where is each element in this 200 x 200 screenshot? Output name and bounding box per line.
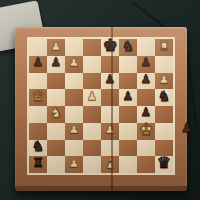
square-c3: ♟ bbox=[65, 123, 83, 140]
square-f3 bbox=[119, 123, 137, 140]
square-a2: ♞ bbox=[29, 140, 47, 157]
square-e1: ♝ bbox=[101, 156, 119, 173]
square-d7 bbox=[83, 56, 101, 73]
square-h1: ♛ bbox=[155, 156, 173, 173]
square-a5: ♛ bbox=[29, 89, 47, 106]
board-grid: ♟♚♞♜♟♟♟♟♟♟♟♛♟♟♞♞♟♟♟♚♞♜♟♝♛ bbox=[27, 37, 175, 175]
square-b3 bbox=[47, 123, 65, 140]
square-c8 bbox=[65, 39, 83, 56]
piece-wP-d5: ♟ bbox=[87, 90, 98, 102]
piece-wP-c1: ♟ bbox=[69, 157, 80, 169]
square-a4 bbox=[29, 106, 47, 123]
piece-bN-h5: ♞ bbox=[158, 89, 171, 103]
captured-black-pawn-on-frame: ♟ bbox=[181, 121, 193, 134]
piece-bP-g4: ♟ bbox=[141, 106, 152, 118]
piece-wK-g3: ♚ bbox=[138, 121, 153, 138]
piece-wP-h6: ♟ bbox=[159, 73, 170, 85]
square-d8 bbox=[83, 39, 101, 56]
piece-wN-b4: ♞ bbox=[50, 105, 63, 119]
square-h7 bbox=[155, 56, 173, 73]
square-g2 bbox=[137, 140, 155, 157]
square-f6 bbox=[119, 73, 137, 90]
piece-wR-h8: ♜ bbox=[158, 39, 170, 52]
square-g1 bbox=[137, 156, 155, 173]
square-g3: ♚ bbox=[137, 123, 155, 140]
square-e3: ♟ bbox=[101, 123, 119, 140]
square-b7: ♟ bbox=[47, 56, 65, 73]
square-h8: ♜ bbox=[155, 39, 173, 56]
square-f2 bbox=[119, 140, 137, 157]
square-a7: ♟ bbox=[29, 56, 47, 73]
square-c1: ♟ bbox=[65, 156, 83, 173]
square-d1 bbox=[83, 156, 101, 173]
piece-bP-f5: ♟ bbox=[123, 90, 134, 102]
piece-bN-f8: ♞ bbox=[122, 39, 135, 53]
square-e6: ♟ bbox=[101, 73, 119, 90]
square-c5 bbox=[65, 89, 83, 106]
square-d4 bbox=[83, 106, 101, 123]
square-f8: ♞ bbox=[119, 39, 137, 56]
square-b1 bbox=[47, 156, 65, 173]
square-b4: ♞ bbox=[47, 106, 65, 123]
square-d6 bbox=[83, 73, 101, 90]
square-e8: ♚ bbox=[101, 39, 119, 56]
square-g7: ♟ bbox=[137, 56, 155, 73]
square-b2 bbox=[47, 140, 65, 157]
square-a1: ♜ bbox=[29, 156, 47, 173]
piece-wQ-a5: ♛ bbox=[31, 88, 45, 104]
square-f1 bbox=[119, 156, 137, 173]
square-e7 bbox=[101, 56, 119, 73]
square-h5: ♞ bbox=[155, 89, 173, 106]
square-c2 bbox=[65, 140, 83, 157]
square-b8: ♟ bbox=[47, 39, 65, 56]
square-f5: ♟ bbox=[119, 89, 137, 106]
square-c4 bbox=[65, 106, 83, 123]
piece-bN-a2: ♞ bbox=[32, 139, 45, 153]
board-fold-seam bbox=[111, 27, 113, 191]
piece-bP-g7: ♟ bbox=[141, 56, 152, 68]
piece-wP-b8: ♟ bbox=[51, 40, 62, 52]
square-b6 bbox=[47, 73, 65, 90]
square-a8 bbox=[29, 39, 47, 56]
piece-bP-e6: ♟ bbox=[105, 73, 116, 85]
square-d3 bbox=[83, 123, 101, 140]
square-g5 bbox=[137, 89, 155, 106]
square-c6 bbox=[65, 73, 83, 90]
square-e4 bbox=[101, 106, 119, 123]
chess-board: ♟♚♞♜♟♟♟♟♟♟♟♛♟♟♞♞♟♟♟♚♞♜♟♝♛ ♟ bbox=[15, 27, 187, 191]
photo-scene: ♟♚♞♜♟♟♟♟♟♟♟♛♟♟♞♞♟♟♟♚♞♜♟♝♛ ♟ bbox=[0, 0, 200, 200]
square-f4 bbox=[119, 106, 137, 123]
piece-wP-c7: ♟ bbox=[69, 56, 80, 68]
square-h3 bbox=[155, 123, 173, 140]
piece-bR-a1: ♜ bbox=[32, 156, 44, 169]
piece-wP-c3: ♟ bbox=[69, 123, 80, 135]
piece-wB-e1: ♝ bbox=[104, 156, 117, 170]
square-e5 bbox=[101, 89, 119, 106]
piece-bQ-h1: ♛ bbox=[157, 155, 171, 171]
square-g6: ♟ bbox=[137, 73, 155, 90]
piece-bP-g6: ♟ bbox=[141, 73, 152, 85]
square-g8 bbox=[137, 39, 155, 56]
square-f7 bbox=[119, 56, 137, 73]
square-h4 bbox=[155, 106, 173, 123]
chair-seam bbox=[186, 52, 197, 130]
square-d2 bbox=[83, 140, 101, 157]
piece-wP-e3: ♟ bbox=[105, 123, 116, 135]
square-d5: ♟ bbox=[83, 89, 101, 106]
square-c7: ♟ bbox=[65, 56, 83, 73]
piece-bP-b7: ♟ bbox=[51, 56, 62, 68]
piece-bK-e8: ♚ bbox=[102, 37, 117, 54]
piece-bP-a7: ♟ bbox=[33, 56, 44, 68]
